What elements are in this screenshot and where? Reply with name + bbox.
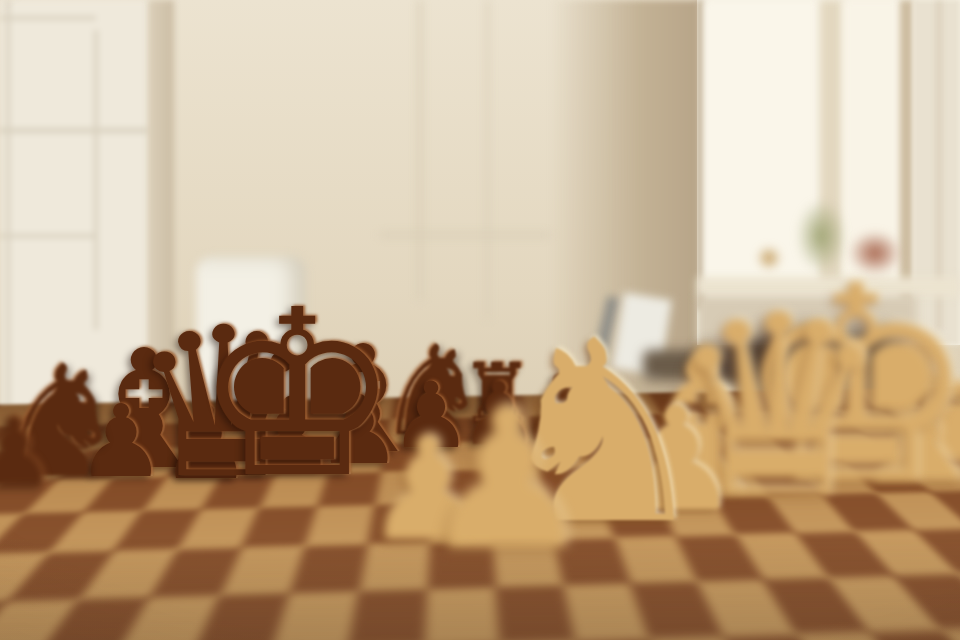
pawn-glyph: ♟ [0,416,57,488]
photo-scene: ♜♞♟♟♟♝♟♟♝♟♟♞♛♚♟♜♝♚♝♛♟♞♟♟ [0,0,960,640]
pawn-glyph: ♟ [420,406,595,553]
chess-pieces-layer: ♜♞♟♟♟♝♟♟♝♟♟♞♛♚♟♜♝♚♝♛♟♞♟♟ [0,0,960,640]
